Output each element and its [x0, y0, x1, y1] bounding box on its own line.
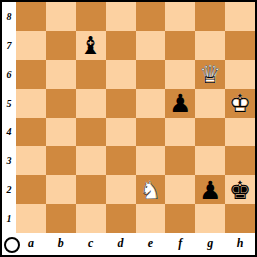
square-e7[interactable]	[136, 31, 166, 60]
piece-black-pawn: ♟	[165, 89, 195, 118]
square-c2[interactable]	[76, 175, 106, 204]
square-a3[interactable]	[16, 146, 46, 175]
square-e8[interactable]	[136, 2, 166, 31]
square-h8[interactable]	[225, 2, 255, 31]
file-label-e: e	[136, 233, 166, 255]
piece-black-bishop: ♝	[76, 31, 106, 60]
rank-label-3: 3	[2, 146, 16, 175]
square-c8[interactable]	[76, 2, 106, 31]
square-d8[interactable]	[106, 2, 136, 31]
square-c4[interactable]	[76, 118, 106, 147]
square-g3[interactable]	[195, 146, 225, 175]
square-d4[interactable]	[106, 118, 136, 147]
rank-label-4: 4	[2, 118, 16, 147]
rank-labels: 87654321	[2, 2, 16, 233]
square-b8[interactable]	[46, 2, 76, 31]
piece-white-king-fill: ♚	[225, 89, 255, 118]
white-to-move-indicator	[4, 237, 20, 253]
square-c7[interactable]: ♝	[76, 31, 106, 60]
square-f7[interactable]	[165, 31, 195, 60]
square-a5[interactable]	[16, 89, 46, 118]
square-g5[interactable]	[195, 89, 225, 118]
rank-label-1: 1	[2, 204, 16, 233]
square-g1[interactable]	[195, 204, 225, 233]
square-d1[interactable]	[106, 204, 136, 233]
square-h4[interactable]	[225, 118, 255, 147]
square-c1[interactable]	[76, 204, 106, 233]
square-e4[interactable]	[136, 118, 166, 147]
square-f2[interactable]	[165, 175, 195, 204]
square-h3[interactable]	[225, 146, 255, 175]
square-b2[interactable]	[46, 175, 76, 204]
chess-board: ♝♛♕♟♚♔♞♘♟♚	[16, 2, 255, 233]
square-f6[interactable]	[165, 60, 195, 89]
piece-white-queen-fill: ♛	[195, 60, 225, 89]
rank-label-8: 8	[2, 2, 16, 31]
file-label-a: a	[16, 233, 46, 255]
square-g7[interactable]	[195, 31, 225, 60]
square-g6[interactable]: ♛♕	[195, 60, 225, 89]
square-d5[interactable]	[106, 89, 136, 118]
square-h5[interactable]: ♚♔	[225, 89, 255, 118]
square-b3[interactable]	[46, 146, 76, 175]
square-c5[interactable]	[76, 89, 106, 118]
square-f4[interactable]	[165, 118, 195, 147]
square-b7[interactable]	[46, 31, 76, 60]
rank-label-7: 7	[2, 31, 16, 60]
rank-label-2: 2	[2, 175, 16, 204]
square-g8[interactable]	[195, 2, 225, 31]
piece-white-king: ♔	[225, 89, 255, 118]
square-f8[interactable]	[165, 2, 195, 31]
piece-black-king: ♚	[225, 175, 255, 204]
file-label-b: b	[46, 233, 76, 255]
piece-white-knight-fill: ♞	[136, 175, 166, 204]
file-labels: abcdefgh	[16, 233, 255, 255]
piece-white-knight: ♘	[136, 175, 166, 204]
square-b5[interactable]	[46, 89, 76, 118]
file-label-f: f	[165, 233, 195, 255]
file-label-d: d	[106, 233, 136, 255]
piece-black-pawn: ♟	[195, 175, 225, 204]
square-d6[interactable]	[106, 60, 136, 89]
square-a8[interactable]	[16, 2, 46, 31]
square-b6[interactable]	[46, 60, 76, 89]
square-e2[interactable]: ♞♘	[136, 175, 166, 204]
chess-board-diagram: 87654321 ♝♛♕♟♚♔♞♘♟♚ abcdefgh	[0, 0, 257, 257]
square-b4[interactable]	[46, 118, 76, 147]
file-label-g: g	[195, 233, 225, 255]
square-e3[interactable]	[136, 146, 166, 175]
file-label-h: h	[225, 233, 255, 255]
square-h1[interactable]	[225, 204, 255, 233]
piece-white-queen: ♕	[195, 60, 225, 89]
square-a6[interactable]	[16, 60, 46, 89]
square-c6[interactable]	[76, 60, 106, 89]
square-f1[interactable]	[165, 204, 195, 233]
square-d3[interactable]	[106, 146, 136, 175]
square-d7[interactable]	[106, 31, 136, 60]
square-h7[interactable]	[225, 31, 255, 60]
square-g2[interactable]: ♟	[195, 175, 225, 204]
square-a1[interactable]	[16, 204, 46, 233]
square-e1[interactable]	[136, 204, 166, 233]
square-a7[interactable]	[16, 31, 46, 60]
square-e5[interactable]	[136, 89, 166, 118]
file-label-c: c	[76, 233, 106, 255]
square-h6[interactable]	[225, 60, 255, 89]
rank-label-5: 5	[2, 89, 16, 118]
square-c3[interactable]	[76, 146, 106, 175]
square-f3[interactable]	[165, 146, 195, 175]
square-h2[interactable]: ♚	[225, 175, 255, 204]
square-d2[interactable]	[106, 175, 136, 204]
square-b1[interactable]	[46, 204, 76, 233]
square-g4[interactable]	[195, 118, 225, 147]
square-a4[interactable]	[16, 118, 46, 147]
rank-label-6: 6	[2, 60, 16, 89]
square-a2[interactable]	[16, 175, 46, 204]
square-f5[interactable]: ♟	[165, 89, 195, 118]
square-e6[interactable]	[136, 60, 166, 89]
